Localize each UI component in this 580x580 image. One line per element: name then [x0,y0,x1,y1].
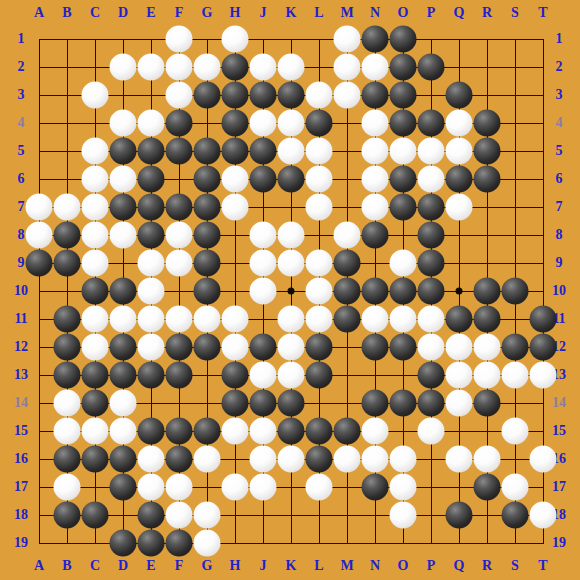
row-label-right-5: 5 [556,144,563,158]
col-label-bottom-Q: Q [454,559,465,573]
stone-black-P8[interactable] [418,222,445,249]
stone-white-H7[interactable] [222,194,249,221]
col-label-bottom-F: F [175,559,184,573]
stone-white-J8[interactable] [250,222,277,249]
stone-black-G3[interactable] [194,82,221,109]
stone-white-P15[interactable] [418,418,445,445]
stone-black-P7[interactable] [418,194,445,221]
stone-white-E9[interactable] [138,250,165,277]
stone-white-J16[interactable] [250,446,277,473]
col-label-top-P: P [427,6,436,20]
stone-white-O5[interactable] [390,138,417,165]
stone-white-J15[interactable] [250,418,277,445]
stone-white-K5[interactable] [278,138,305,165]
col-label-bottom-B: B [62,559,71,573]
stone-black-N17[interactable] [362,474,389,501]
stone-white-C8[interactable] [82,222,109,249]
stone-black-B16[interactable] [54,446,81,473]
col-label-bottom-J: J [260,559,267,573]
stone-white-T16[interactable] [530,446,557,473]
stone-black-D16[interactable] [110,446,137,473]
stone-white-H15[interactable] [222,418,249,445]
stone-black-R5[interactable] [474,138,501,165]
stone-white-F1[interactable] [166,26,193,53]
stone-black-L4[interactable] [306,110,333,137]
row-label-left-19: 19 [14,536,28,550]
stone-black-F13[interactable] [166,362,193,389]
stone-white-E16[interactable] [138,446,165,473]
row-label-right-17: 17 [552,480,566,494]
stone-white-C3[interactable] [82,82,109,109]
stone-white-N2[interactable] [362,54,389,81]
stone-white-J17[interactable] [250,474,277,501]
stone-white-C5[interactable] [82,138,109,165]
stone-white-M16[interactable] [334,446,361,473]
stone-black-N1[interactable] [362,26,389,53]
stone-white-L17[interactable] [306,474,333,501]
col-label-bottom-O: O [398,559,409,573]
stone-white-E11[interactable] [138,306,165,333]
row-label-right-3: 3 [556,88,563,102]
stone-black-G10[interactable] [194,278,221,305]
stone-white-F9[interactable] [166,250,193,277]
stone-black-J3[interactable] [250,82,277,109]
col-label-top-N: N [370,6,380,20]
stone-white-M2[interactable] [334,54,361,81]
stone-white-Q13[interactable] [446,362,473,389]
stone-white-C11[interactable] [82,306,109,333]
stone-black-D7[interactable] [110,194,137,221]
row-label-right-2: 2 [556,60,563,74]
stone-black-C13[interactable] [82,362,109,389]
col-label-top-F: F [175,6,184,20]
stone-black-K14[interactable] [278,390,305,417]
stone-black-J6[interactable] [250,166,277,193]
row-label-left-3: 3 [18,88,25,102]
col-label-top-D: D [118,6,128,20]
stone-white-L9[interactable] [306,250,333,277]
row-label-left-8: 8 [18,228,25,242]
stone-white-G11[interactable] [194,306,221,333]
stone-white-K13[interactable] [278,362,305,389]
stone-black-P4[interactable] [418,110,445,137]
stone-white-C7[interactable] [82,194,109,221]
col-label-top-R: R [482,6,492,20]
stone-white-R12[interactable] [474,334,501,361]
stone-white-H6[interactable] [222,166,249,193]
stone-white-Q12[interactable] [446,334,473,361]
stone-white-M1[interactable] [334,26,361,53]
col-label-top-G: G [202,6,213,20]
stone-white-N16[interactable] [362,446,389,473]
stone-white-F18[interactable] [166,502,193,529]
stone-white-C12[interactable] [82,334,109,361]
stone-black-P13[interactable] [418,362,445,389]
stone-black-L15[interactable] [306,418,333,445]
go-board[interactable]: AABBCCDDEEFFGGHHJJKKLLMMNNOOPPQQRRSSTT11… [0,0,580,580]
stone-white-F11[interactable] [166,306,193,333]
stone-black-C10[interactable] [82,278,109,305]
stone-black-O2[interactable] [390,54,417,81]
stone-white-E12[interactable] [138,334,165,361]
col-label-top-E: E [146,6,155,20]
stone-white-M8[interactable] [334,222,361,249]
stone-black-D10[interactable] [110,278,137,305]
stone-black-D17[interactable] [110,474,137,501]
stone-white-S17[interactable] [502,474,529,501]
row-label-left-6: 6 [18,172,25,186]
stone-white-S15[interactable] [502,418,529,445]
stone-black-P2[interactable] [418,54,445,81]
stone-black-E8[interactable] [138,222,165,249]
stone-black-G8[interactable] [194,222,221,249]
row-label-right-10: 10 [552,284,566,298]
stone-white-N6[interactable] [362,166,389,193]
stone-white-M3[interactable] [334,82,361,109]
row-label-left-4: 4 [18,116,25,130]
stone-black-F19[interactable] [166,530,193,557]
stone-black-H5[interactable] [222,138,249,165]
stone-white-E4[interactable] [138,110,165,137]
stone-black-G7[interactable] [194,194,221,221]
stone-black-Q6[interactable] [446,166,473,193]
col-label-top-H: H [230,6,241,20]
stone-white-K2[interactable] [278,54,305,81]
col-label-bottom-H: H [230,559,241,573]
stone-white-L7[interactable] [306,194,333,221]
stone-white-G16[interactable] [194,446,221,473]
col-label-bottom-L: L [314,559,323,573]
col-label-bottom-G: G [202,559,213,573]
stone-black-B11[interactable] [54,306,81,333]
stone-black-L12[interactable] [306,334,333,361]
stone-white-G2[interactable] [194,54,221,81]
col-label-top-K: K [286,6,297,20]
stone-white-D6[interactable] [110,166,137,193]
stone-white-N5[interactable] [362,138,389,165]
row-label-left-11: 11 [14,312,27,326]
stone-black-Q3[interactable] [446,82,473,109]
stone-white-J4[interactable] [250,110,277,137]
stone-white-O18[interactable] [390,502,417,529]
stone-white-D2[interactable] [110,54,137,81]
stone-black-Q18[interactable] [446,502,473,529]
stone-black-P14[interactable] [418,390,445,417]
stone-black-O12[interactable] [390,334,417,361]
stone-white-C15[interactable] [82,418,109,445]
stone-white-B15[interactable] [54,418,81,445]
stone-black-O3[interactable] [390,82,417,109]
stone-black-H3[interactable] [222,82,249,109]
stone-white-B14[interactable] [54,390,81,417]
stone-white-L11[interactable] [306,306,333,333]
stone-black-K6[interactable] [278,166,305,193]
row-label-right-1: 1 [556,32,563,46]
stone-black-E18[interactable] [138,502,165,529]
stone-white-N11[interactable] [362,306,389,333]
stone-black-F16[interactable] [166,446,193,473]
star-point-Q10 [456,288,463,295]
stone-white-N15[interactable] [362,418,389,445]
stone-white-D4[interactable] [110,110,137,137]
stone-black-S10[interactable] [502,278,529,305]
stone-white-A8[interactable] [26,222,53,249]
stone-black-B8[interactable] [54,222,81,249]
row-label-right-9: 9 [556,256,563,270]
stone-black-H13[interactable] [222,362,249,389]
row-label-right-6: 6 [556,172,563,186]
stone-black-O7[interactable] [390,194,417,221]
stone-white-H1[interactable] [222,26,249,53]
stone-black-G9[interactable] [194,250,221,277]
stone-black-B18[interactable] [54,502,81,529]
stone-white-T18[interactable] [530,502,557,529]
row-label-right-7: 7 [556,200,563,214]
stone-black-B13[interactable] [54,362,81,389]
stone-black-O1[interactable] [390,26,417,53]
stone-black-N14[interactable] [362,390,389,417]
row-label-left-2: 2 [18,60,25,74]
stone-black-D5[interactable] [110,138,137,165]
stone-black-G5[interactable] [194,138,221,165]
col-label-bottom-E: E [146,559,155,573]
stone-white-L3[interactable] [306,82,333,109]
col-label-top-T: T [538,6,547,20]
stone-white-N4[interactable] [362,110,389,137]
stone-black-C14[interactable] [82,390,109,417]
stone-white-O11[interactable] [390,306,417,333]
stone-black-N12[interactable] [362,334,389,361]
star-point-K10 [288,288,295,295]
stone-white-C9[interactable] [82,250,109,277]
col-label-bottom-R: R [482,559,492,573]
stone-black-E5[interactable] [138,138,165,165]
row-label-left-5: 5 [18,144,25,158]
col-label-bottom-N: N [370,559,380,573]
stone-black-E7[interactable] [138,194,165,221]
stone-black-C16[interactable] [82,446,109,473]
row-label-right-14: 14 [552,396,566,410]
stone-black-F12[interactable] [166,334,193,361]
stone-white-A7[interactable] [26,194,53,221]
col-label-bottom-A: A [34,559,44,573]
stone-white-K8[interactable] [278,222,305,249]
stone-white-F8[interactable] [166,222,193,249]
stone-black-F4[interactable] [166,110,193,137]
stone-black-H2[interactable] [222,54,249,81]
stone-black-B9[interactable] [54,250,81,277]
stone-white-K11[interactable] [278,306,305,333]
stone-black-R4[interactable] [474,110,501,137]
col-label-bottom-D: D [118,559,128,573]
stone-white-O17[interactable] [390,474,417,501]
col-label-top-L: L [314,6,323,20]
stone-white-E17[interactable] [138,474,165,501]
stone-black-R17[interactable] [474,474,501,501]
stone-white-R16[interactable] [474,446,501,473]
stone-white-D14[interactable] [110,390,137,417]
col-label-top-B: B [62,6,71,20]
stone-black-P10[interactable] [418,278,445,305]
stone-black-N10[interactable] [362,278,389,305]
stone-black-M11[interactable] [334,306,361,333]
stone-white-H11[interactable] [222,306,249,333]
stone-black-S18[interactable] [502,502,529,529]
stone-white-S13[interactable] [502,362,529,389]
stone-black-L16[interactable] [306,446,333,473]
stone-white-P6[interactable] [418,166,445,193]
stone-white-F17[interactable] [166,474,193,501]
row-label-right-15: 15 [552,424,566,438]
row-label-left-17: 17 [14,480,28,494]
stone-black-S12[interactable] [502,334,529,361]
stone-black-O10[interactable] [390,278,417,305]
stone-black-D12[interactable] [110,334,137,361]
stone-black-G15[interactable] [194,418,221,445]
stone-black-N3[interactable] [362,82,389,109]
row-label-left-15: 15 [14,424,28,438]
stone-white-H17[interactable] [222,474,249,501]
stone-black-O6[interactable] [390,166,417,193]
row-label-left-16: 16 [14,452,28,466]
stone-white-Q4[interactable] [446,110,473,137]
stone-black-Q11[interactable] [446,306,473,333]
col-label-top-J: J [260,6,267,20]
row-label-left-12: 12 [14,340,28,354]
stone-black-E19[interactable] [138,530,165,557]
stone-white-C6[interactable] [82,166,109,193]
stone-black-J14[interactable] [250,390,277,417]
col-label-bottom-S: S [511,559,519,573]
stone-black-K15[interactable] [278,418,305,445]
stone-white-L10[interactable] [306,278,333,305]
stone-white-K16[interactable] [278,446,305,473]
col-label-top-A: A [34,6,44,20]
stone-black-O4[interactable] [390,110,417,137]
col-label-top-O: O [398,6,409,20]
stone-white-K9[interactable] [278,250,305,277]
stone-white-E2[interactable] [138,54,165,81]
row-label-left-10: 10 [14,284,28,298]
stone-black-O14[interactable] [390,390,417,417]
stone-black-D19[interactable] [110,530,137,557]
stone-black-R10[interactable] [474,278,501,305]
col-label-bottom-K: K [286,559,297,573]
stone-white-Q14[interactable] [446,390,473,417]
stone-white-L6[interactable] [306,166,333,193]
row-label-left-9: 9 [18,256,25,270]
stone-black-P9[interactable] [418,250,445,277]
stone-black-R11[interactable] [474,306,501,333]
stone-black-A9[interactable] [26,250,53,277]
stone-black-B12[interactable] [54,334,81,361]
stone-white-F3[interactable] [166,82,193,109]
stone-black-G12[interactable] [194,334,221,361]
row-label-left-18: 18 [14,508,28,522]
stone-black-G6[interactable] [194,166,221,193]
stone-black-H4[interactable] [222,110,249,137]
stone-white-Q16[interactable] [446,446,473,473]
stone-black-F7[interactable] [166,194,193,221]
row-label-right-8: 8 [556,228,563,242]
stone-white-H12[interactable] [222,334,249,361]
stone-white-P5[interactable] [418,138,445,165]
stone-black-M15[interactable] [334,418,361,445]
stone-white-Q5[interactable] [446,138,473,165]
stone-black-R6[interactable] [474,166,501,193]
col-label-top-M: M [340,6,353,20]
row-label-left-1: 1 [18,32,25,46]
stone-white-O16[interactable] [390,446,417,473]
stone-black-M10[interactable] [334,278,361,305]
stone-black-K3[interactable] [278,82,305,109]
stone-black-T12[interactable] [530,334,557,361]
col-label-bottom-P: P [427,559,436,573]
stone-white-G18[interactable] [194,502,221,529]
stone-white-L5[interactable] [306,138,333,165]
row-label-right-19: 19 [552,536,566,550]
stone-black-D13[interactable] [110,362,137,389]
stone-white-P11[interactable] [418,306,445,333]
stone-white-D15[interactable] [110,418,137,445]
stone-black-M9[interactable] [334,250,361,277]
stone-white-Q7[interactable] [446,194,473,221]
stone-white-K4[interactable] [278,110,305,137]
stone-black-C18[interactable] [82,502,109,529]
stone-white-F2[interactable] [166,54,193,81]
stone-black-F5[interactable] [166,138,193,165]
stone-black-E15[interactable] [138,418,165,445]
stone-white-D8[interactable] [110,222,137,249]
stone-white-P12[interactable] [418,334,445,361]
stone-white-T13[interactable] [530,362,557,389]
stone-black-J5[interactable] [250,138,277,165]
stone-white-J13[interactable] [250,362,277,389]
stone-black-J12[interactable] [250,334,277,361]
stone-white-J10[interactable] [250,278,277,305]
stone-white-K12[interactable] [278,334,305,361]
stone-white-J9[interactable] [250,250,277,277]
stone-black-F15[interactable] [166,418,193,445]
stone-black-E6[interactable] [138,166,165,193]
stone-white-B7[interactable] [54,194,81,221]
col-label-top-C: C [90,6,100,20]
stone-white-N7[interactable] [362,194,389,221]
col-label-bottom-M: M [340,559,353,573]
col-label-top-S: S [511,6,519,20]
stone-white-G19[interactable] [194,530,221,557]
stone-black-T11[interactable] [530,306,557,333]
stone-white-O9[interactable] [390,250,417,277]
stone-black-L13[interactable] [306,362,333,389]
row-label-right-4: 4 [556,116,563,130]
stone-black-N8[interactable] [362,222,389,249]
row-label-left-14: 14 [14,396,28,410]
stone-black-R14[interactable] [474,390,501,417]
stone-white-B17[interactable] [54,474,81,501]
col-label-bottom-C: C [90,559,100,573]
stone-black-E13[interactable] [138,362,165,389]
col-label-bottom-T: T [538,559,547,573]
stone-white-D11[interactable] [110,306,137,333]
row-label-left-7: 7 [18,200,25,214]
row-label-left-13: 13 [14,368,28,382]
stone-black-H14[interactable] [222,390,249,417]
stone-white-R13[interactable] [474,362,501,389]
col-label-top-Q: Q [454,6,465,20]
stone-white-E10[interactable] [138,278,165,305]
stone-white-J2[interactable] [250,54,277,81]
